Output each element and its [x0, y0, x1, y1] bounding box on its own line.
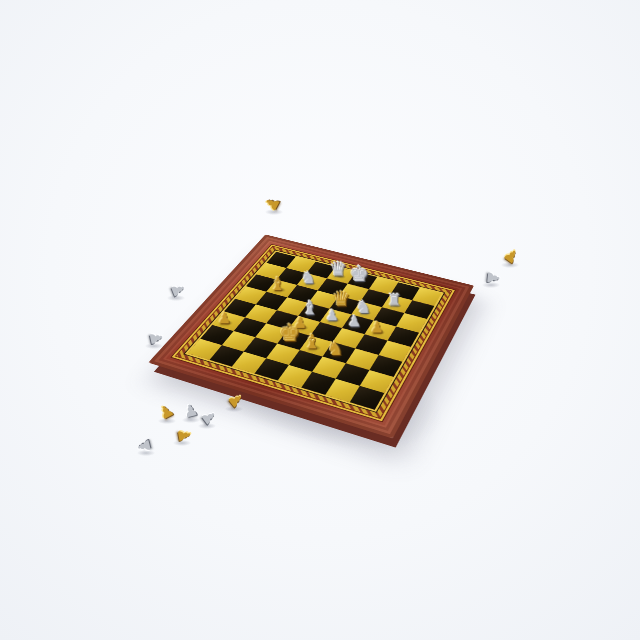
scattered-gold-pawn: ♟: [225, 392, 245, 414]
scattered-pieces-layer: ♟♟♟♟♟♟♟♟♟♟♟: [0, 0, 640, 640]
scattered-gold-pawn: ♟: [265, 195, 285, 217]
scattered-gold-pawn: ♟: [173, 426, 193, 448]
scattered-silver-pawn: ♟: [167, 281, 187, 303]
scattered-silver-pawn: ♟: [145, 329, 165, 351]
scattered-gold-pawn: ♟: [158, 404, 178, 426]
silver-pawn-piece: ♟: [484, 270, 501, 286]
scattered-silver-pawn: ♟: [137, 436, 157, 458]
scattered-silver-pawn: ♟: [482, 268, 502, 290]
scattered-silver-pawn: ♟: [198, 409, 218, 431]
photo-stage: ♛♚♞♜♝♛♞♝♟♟♟♟♟♚♝♞ ♟♟♟♟♟♟♟♟♟♟♟: [0, 0, 640, 640]
gold-pawn-piece: ♟: [175, 427, 193, 444]
scattered-gold-pawn: ♟: [501, 248, 521, 270]
